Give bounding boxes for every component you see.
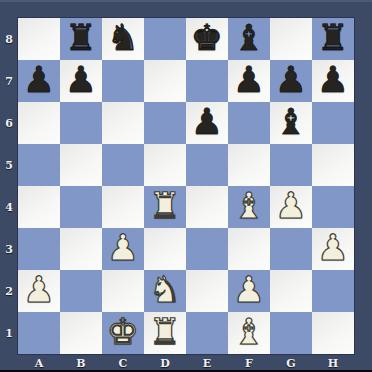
file-label-e: E [186, 354, 228, 372]
piece-black-pawn: ♟ [23, 59, 55, 101]
square-f7[interactable]: ♟ [228, 60, 270, 102]
square-b6[interactable] [60, 102, 102, 144]
square-g5[interactable] [270, 144, 312, 186]
square-f1[interactable]: ♝ [228, 312, 270, 354]
square-c5[interactable] [102, 144, 144, 186]
square-b2[interactable] [60, 270, 102, 312]
piece-black-pawn: ♟ [233, 59, 265, 101]
piece-black-bishop: ♝ [233, 17, 265, 59]
square-a6[interactable] [18, 102, 60, 144]
square-e4[interactable] [186, 186, 228, 228]
square-b7[interactable]: ♟ [60, 60, 102, 102]
square-h4[interactable] [312, 186, 354, 228]
file-label-a: A [18, 354, 60, 372]
piece-black-king: ♚ [191, 17, 223, 59]
piece-white-pawn: ♟ [233, 269, 265, 311]
square-a5[interactable] [18, 144, 60, 186]
square-a7[interactable]: ♟ [18, 60, 60, 102]
square-h3[interactable]: ♟ [312, 228, 354, 270]
square-b1[interactable] [60, 312, 102, 354]
piece-white-knight: ♞ [149, 269, 181, 311]
square-f5[interactable] [228, 144, 270, 186]
square-d8[interactable] [144, 18, 186, 60]
rank-labels: 87654321 [0, 18, 18, 354]
square-b3[interactable] [60, 228, 102, 270]
square-d3[interactable] [144, 228, 186, 270]
piece-black-rook: ♜ [317, 17, 349, 59]
square-g6[interactable]: ♝ [270, 102, 312, 144]
square-c8[interactable]: ♞ [102, 18, 144, 60]
square-d7[interactable] [144, 60, 186, 102]
square-f3[interactable] [228, 228, 270, 270]
square-c3[interactable]: ♟ [102, 228, 144, 270]
file-label-d: D [144, 354, 186, 372]
rank-label-5: 5 [0, 144, 18, 186]
square-d6[interactable] [144, 102, 186, 144]
square-f8[interactable]: ♝ [228, 18, 270, 60]
square-g3[interactable] [270, 228, 312, 270]
square-c4[interactable] [102, 186, 144, 228]
piece-white-bishop: ♝ [233, 185, 265, 227]
square-g8[interactable] [270, 18, 312, 60]
piece-white-pawn: ♟ [23, 269, 55, 311]
square-c2[interactable] [102, 270, 144, 312]
piece-white-rook: ♜ [149, 185, 181, 227]
rank-label-7: 7 [0, 60, 18, 102]
square-d2[interactable]: ♞ [144, 270, 186, 312]
rank-label-6: 6 [0, 102, 18, 144]
piece-black-pawn: ♟ [275, 59, 307, 101]
square-h5[interactable] [312, 144, 354, 186]
piece-white-king: ♚ [107, 311, 139, 353]
piece-white-bishop: ♝ [233, 311, 265, 353]
chess-board: ♜♞♚♝♜♟♟♟♟♟♟♝♜♝♟♟♟♟♞♟♚♜♝ [18, 18, 354, 354]
chess-board-frame: 87654321 ♜♞♚♝♜♟♟♟♟♟♟♝♜♝♟♟♟♟♞♟♚♜♝ ABCDEFG… [0, 0, 372, 372]
square-h6[interactable] [312, 102, 354, 144]
square-c7[interactable] [102, 60, 144, 102]
square-a4[interactable] [18, 186, 60, 228]
rank-label-1: 1 [0, 312, 18, 354]
square-g4[interactable]: ♟ [270, 186, 312, 228]
square-e5[interactable] [186, 144, 228, 186]
square-f4[interactable]: ♝ [228, 186, 270, 228]
rank-label-3: 3 [0, 228, 18, 270]
square-b5[interactable] [60, 144, 102, 186]
piece-white-rook: ♜ [149, 311, 181, 353]
piece-white-pawn: ♟ [107, 227, 139, 269]
square-g7[interactable]: ♟ [270, 60, 312, 102]
square-h8[interactable]: ♜ [312, 18, 354, 60]
square-a8[interactable] [18, 18, 60, 60]
square-c1[interactable]: ♚ [102, 312, 144, 354]
piece-black-pawn: ♟ [191, 101, 223, 143]
file-label-h: H [312, 354, 354, 372]
square-f6[interactable] [228, 102, 270, 144]
rank-label-4: 4 [0, 186, 18, 228]
square-h2[interactable] [312, 270, 354, 312]
file-labels: ABCDEFGH [18, 354, 354, 372]
piece-black-rook: ♜ [65, 17, 97, 59]
square-d1[interactable]: ♜ [144, 312, 186, 354]
square-a1[interactable] [18, 312, 60, 354]
square-e8[interactable]: ♚ [186, 18, 228, 60]
square-e2[interactable] [186, 270, 228, 312]
square-c6[interactable] [102, 102, 144, 144]
square-d4[interactable]: ♜ [144, 186, 186, 228]
square-b4[interactable] [60, 186, 102, 228]
square-e6[interactable]: ♟ [186, 102, 228, 144]
square-b8[interactable]: ♜ [60, 18, 102, 60]
square-f2[interactable]: ♟ [228, 270, 270, 312]
rank-label-8: 8 [0, 18, 18, 60]
square-a2[interactable]: ♟ [18, 270, 60, 312]
square-e1[interactable] [186, 312, 228, 354]
square-g1[interactable] [270, 312, 312, 354]
file-label-f: F [228, 354, 270, 372]
file-label-c: C [102, 354, 144, 372]
piece-white-pawn: ♟ [275, 185, 307, 227]
rank-label-2: 2 [0, 270, 18, 312]
piece-white-pawn: ♟ [317, 227, 349, 269]
piece-black-pawn: ♟ [317, 59, 349, 101]
file-label-g: G [270, 354, 312, 372]
square-h1[interactable] [312, 312, 354, 354]
square-g2[interactable] [270, 270, 312, 312]
square-a3[interactable] [18, 228, 60, 270]
square-e7[interactable] [186, 60, 228, 102]
square-h7[interactable]: ♟ [312, 60, 354, 102]
square-d5[interactable] [144, 144, 186, 186]
piece-black-knight: ♞ [107, 17, 139, 59]
piece-black-pawn: ♟ [65, 59, 97, 101]
piece-black-bishop: ♝ [275, 101, 307, 143]
square-e3[interactable] [186, 228, 228, 270]
file-label-b: B [60, 354, 102, 372]
